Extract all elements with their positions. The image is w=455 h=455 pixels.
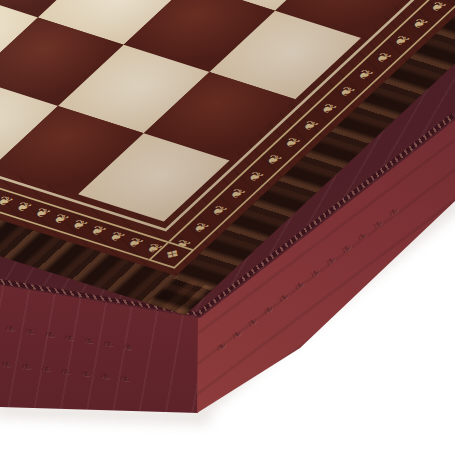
chessboard-product-photo: ❧❧❧❧❧❧❧ ❧❧❧❧❧❧❧ ❧❧❧❧❧❧❧❧❧❧❧❧ ❧❧❧❧❧❧❧❧❧❧❧… [0,0,455,455]
emboss-pattern: ❧❧❧❧❧❧❧ [0,356,140,388]
emboss-pattern: ❧❧❧❧❧❧❧ [4,320,144,357]
emboss-pattern: ❧❧❧❧❧❧❧❧❧❧❧❧ [238,245,435,404]
